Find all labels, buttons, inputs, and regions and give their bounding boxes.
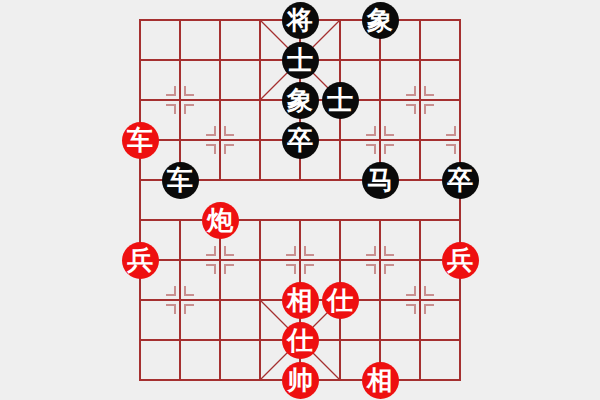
piece-red-advisor[interactable]: 仕 [322,282,359,319]
piece-red-advisor[interactable]: 仕 [282,322,319,359]
piece-red-elephant[interactable]: 相 [282,282,319,319]
piece-black-pawn[interactable]: 卒 [282,122,319,159]
piece-red-general[interactable]: 帅 [282,362,319,399]
piece-red-pawn[interactable]: 兵 [122,242,159,279]
piece-black-advisor[interactable]: 士 [282,42,319,79]
piece-red-cannon[interactable]: 炮 [202,202,239,239]
piece-black-elephant[interactable]: 象 [362,2,399,39]
piece-red-pawn[interactable]: 兵 [442,242,479,279]
piece-black-elephant[interactable]: 象 [282,82,319,119]
piece-black-chariot[interactable]: 车 [162,162,199,199]
xiangqi-board: 将象士象士车卒车马卒炮兵兵相仕仕帅相 [0,0,600,400]
piece-black-pawn[interactable]: 卒 [442,162,479,199]
piece-red-elephant[interactable]: 相 [362,362,399,399]
piece-red-chariot[interactable]: 车 [122,122,159,159]
piece-black-general[interactable]: 将 [282,2,319,39]
pieces-layer: 将象士象士车卒车马卒炮兵兵相仕仕帅相 [120,0,480,400]
piece-black-advisor[interactable]: 士 [322,82,359,119]
piece-black-horse[interactable]: 马 [362,162,399,199]
